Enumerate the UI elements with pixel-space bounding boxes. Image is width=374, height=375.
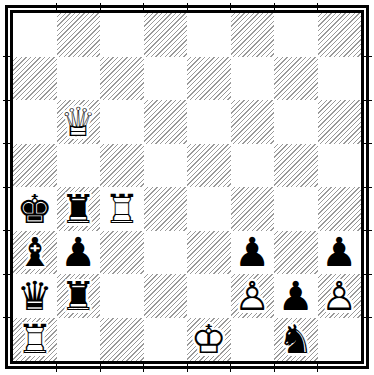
- square-h2[interactable]: ♟♙: [318, 274, 362, 318]
- square-e7[interactable]: [187, 57, 231, 101]
- white-queen-icon: ♛♕: [60, 102, 96, 142]
- chess-diagram: ♛♕♚♚♜♜♜♖♝♝♟♟♟♟♟♟♛♛♜♜♟♙♟♟♟♙♜♖♚♔♞♞: [0, 0, 374, 375]
- square-h1[interactable]: [318, 318, 362, 362]
- square-a5[interactable]: [13, 144, 57, 188]
- square-f2[interactable]: ♟♙: [231, 274, 275, 318]
- square-a8[interactable]: [13, 13, 57, 57]
- tick-mark: [3, 56, 11, 57]
- square-b1[interactable]: [57, 318, 101, 362]
- white-rook-icon: ♜♖: [17, 319, 53, 359]
- black-pawn-icon: ♟♟: [60, 232, 96, 272]
- white-pawn-icon: ♟♙: [321, 276, 357, 316]
- square-c6[interactable]: [100, 100, 144, 144]
- black-king-icon: ♚♚: [17, 189, 53, 229]
- tick-mark: [230, 3, 231, 11]
- black-pawn-icon: ♟♟: [234, 232, 270, 272]
- square-b3[interactable]: ♟♟: [57, 231, 101, 275]
- tick-mark: [317, 3, 318, 11]
- tick-mark: [364, 274, 372, 275]
- square-a4[interactable]: ♚♚: [13, 187, 57, 231]
- square-f1[interactable]: [231, 318, 275, 362]
- square-e2[interactable]: [187, 274, 231, 318]
- square-g3[interactable]: [274, 231, 318, 275]
- square-b2[interactable]: ♜♜: [57, 274, 101, 318]
- square-g6[interactable]: [274, 100, 318, 144]
- square-e1[interactable]: ♚♔: [187, 318, 231, 362]
- tick-mark: [3, 143, 11, 144]
- square-f8[interactable]: [231, 13, 275, 57]
- white-king-icon: ♚♔: [191, 319, 227, 359]
- square-e6[interactable]: [187, 100, 231, 144]
- square-b4[interactable]: ♜♜: [57, 187, 101, 231]
- square-d7[interactable]: [144, 57, 188, 101]
- chess-board: ♛♕♚♚♜♜♜♖♝♝♟♟♟♟♟♟♛♛♜♜♟♙♟♟♟♙♜♖♚♔♞♞: [13, 13, 361, 361]
- black-pawn-icon: ♟♟: [321, 232, 357, 272]
- square-d8[interactable]: [144, 13, 188, 57]
- tick-mark: [364, 100, 372, 101]
- square-h6[interactable]: [318, 100, 362, 144]
- square-f4[interactable]: [231, 187, 275, 231]
- square-c1[interactable]: [100, 318, 144, 362]
- square-c8[interactable]: [100, 13, 144, 57]
- square-h4[interactable]: [318, 187, 362, 231]
- square-e3[interactable]: [187, 231, 231, 275]
- black-queen-icon: ♛♛: [17, 276, 53, 316]
- square-c2[interactable]: [100, 274, 144, 318]
- black-rook-icon: ♜♜: [60, 189, 96, 229]
- square-b6[interactable]: ♛♕: [57, 100, 101, 144]
- black-pawn-icon: ♟♟: [278, 276, 314, 316]
- square-a1[interactable]: ♜♖: [13, 318, 57, 362]
- square-f6[interactable]: [231, 100, 275, 144]
- square-c4[interactable]: ♜♖: [100, 187, 144, 231]
- square-g2[interactable]: ♟♟: [274, 274, 318, 318]
- square-f5[interactable]: [231, 144, 275, 188]
- square-c7[interactable]: [100, 57, 144, 101]
- black-knight-icon: ♞♞: [278, 319, 314, 359]
- square-a2[interactable]: ♛♛: [13, 274, 57, 318]
- square-e4[interactable]: [187, 187, 231, 231]
- square-g7[interactable]: [274, 57, 318, 101]
- tick-mark: [364, 56, 372, 57]
- square-c5[interactable]: [100, 144, 144, 188]
- tick-mark: [3, 317, 11, 318]
- tick-mark: [3, 230, 11, 231]
- square-a7[interactable]: [13, 57, 57, 101]
- tick-mark: [364, 143, 372, 144]
- board-inner-frame: ♛♕♚♚♜♜♜♖♝♝♟♟♟♟♟♟♛♛♜♜♟♙♟♟♟♙♜♖♚♔♞♞: [10, 10, 364, 364]
- square-g8[interactable]: [274, 13, 318, 57]
- square-c3[interactable]: [100, 231, 144, 275]
- tick-mark: [3, 274, 11, 275]
- square-e8[interactable]: [187, 13, 231, 57]
- black-bishop-icon: ♝♝: [17, 232, 53, 272]
- square-a6[interactable]: [13, 100, 57, 144]
- tick-mark: [274, 364, 275, 372]
- square-b5[interactable]: [57, 144, 101, 188]
- tick-mark: [187, 3, 188, 11]
- tick-mark: [230, 364, 231, 372]
- square-d4[interactable]: [144, 187, 188, 231]
- tick-mark: [3, 187, 11, 188]
- square-d6[interactable]: [144, 100, 188, 144]
- square-h8[interactable]: [318, 13, 362, 57]
- tick-mark: [3, 100, 11, 101]
- square-h7[interactable]: [318, 57, 362, 101]
- tick-mark: [100, 3, 101, 11]
- square-b8[interactable]: [57, 13, 101, 57]
- square-f7[interactable]: [231, 57, 275, 101]
- square-d1[interactable]: [144, 318, 188, 362]
- square-e5[interactable]: [187, 144, 231, 188]
- square-d2[interactable]: [144, 274, 188, 318]
- square-b7[interactable]: [57, 57, 101, 101]
- square-d3[interactable]: [144, 231, 188, 275]
- white-rook-icon: ♜♖: [104, 189, 140, 229]
- square-d5[interactable]: [144, 144, 188, 188]
- tick-mark: [100, 364, 101, 372]
- square-g1[interactable]: ♞♞: [274, 318, 318, 362]
- black-rook-icon: ♜♜: [60, 276, 96, 316]
- square-h5[interactable]: [318, 144, 362, 188]
- tick-mark: [364, 187, 372, 188]
- tick-mark: [274, 3, 275, 11]
- square-a3[interactable]: ♝♝: [13, 231, 57, 275]
- tick-mark: [56, 364, 57, 372]
- tick-mark: [143, 3, 144, 11]
- tick-mark: [143, 364, 144, 372]
- tick-mark: [317, 364, 318, 372]
- tick-mark: [187, 364, 188, 372]
- white-pawn-icon: ♟♙: [234, 276, 270, 316]
- tick-mark: [364, 317, 372, 318]
- square-g4[interactable]: [274, 187, 318, 231]
- tick-mark: [364, 230, 372, 231]
- square-g5[interactable]: [274, 144, 318, 188]
- board-outer-frame: ♛♕♚♚♜♜♜♖♝♝♟♟♟♟♟♟♛♛♜♜♟♙♟♟♟♙♜♖♚♔♞♞: [5, 5, 369, 369]
- square-f3[interactable]: ♟♟: [231, 231, 275, 275]
- tick-mark: [56, 3, 57, 11]
- square-h3[interactable]: ♟♟: [318, 231, 362, 275]
